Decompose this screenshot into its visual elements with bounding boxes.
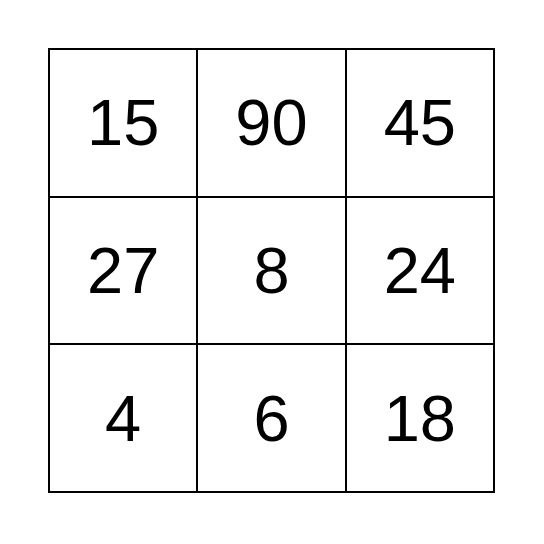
grid-cell-r1c3[interactable]: 45 — [346, 49, 494, 197]
grid-cell-r2c3[interactable]: 24 — [346, 197, 494, 345]
grid-cell-r2c2[interactable]: 8 — [197, 197, 345, 345]
grid-cell-r2c1[interactable]: 27 — [49, 197, 197, 345]
number-grid-board: 15 90 45 27 8 24 4 6 18 — [48, 48, 495, 493]
grid-cell-r3c1[interactable]: 4 — [49, 344, 197, 492]
grid-cell-r1c2[interactable]: 90 — [197, 49, 345, 197]
grid-cell-r3c2[interactable]: 6 — [197, 344, 345, 492]
grid-cell-r3c3[interactable]: 18 — [346, 344, 494, 492]
grid-cell-r1c1[interactable]: 15 — [49, 49, 197, 197]
